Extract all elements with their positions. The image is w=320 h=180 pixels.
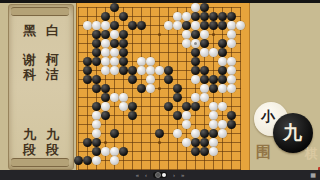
board-menu-icon[interactable]: ▦: [310, 172, 316, 178]
black-stone: [92, 138, 101, 147]
black-stone: [191, 147, 200, 156]
black-stone: [110, 39, 119, 48]
white-stone: [209, 120, 218, 129]
white-stone: [218, 120, 227, 129]
black-stone: [191, 57, 200, 66]
white-stone: [137, 66, 146, 75]
black-stone: [119, 39, 128, 48]
grid-line-h: [78, 160, 241, 161]
playback-bar: « ‹ › »: [0, 170, 320, 180]
black-stone: [164, 66, 173, 75]
black-color-label: 黑: [22, 23, 37, 38]
white-stone: [227, 21, 236, 30]
white-stone: [227, 57, 236, 66]
hoshi-point: [212, 33, 215, 36]
black-stone: [110, 3, 119, 12]
black-stone: [164, 75, 173, 84]
white-stone: [209, 138, 218, 147]
black-stone: [83, 57, 92, 66]
white-stone: [101, 102, 110, 111]
white-stone: [182, 120, 191, 129]
white-stone: [146, 84, 155, 93]
white-stone: [218, 102, 227, 111]
black-stone: [119, 48, 128, 57]
black-stone: [128, 111, 137, 120]
black-stone: [200, 3, 209, 12]
white-color-label: 白: [45, 23, 60, 38]
black-stone: [209, 12, 218, 21]
logo-char-jiu: 九: [283, 120, 302, 146]
black-stone: [119, 147, 128, 156]
black-stone: [191, 48, 200, 57]
white-stone: [191, 21, 200, 30]
white-stone: [92, 156, 101, 165]
black-stone: [200, 39, 209, 48]
black-stone: [110, 129, 119, 138]
black-stone: [209, 129, 218, 138]
white-player-column: 白 柯洁 九段: [45, 19, 60, 161]
black-stone: [182, 21, 191, 30]
white-stone: [200, 84, 209, 93]
black-stone: [191, 102, 200, 111]
white-stone-dot-icon: [162, 173, 166, 177]
black-stone: [92, 30, 101, 39]
white-stone: [182, 138, 191, 147]
black-stone: [200, 138, 209, 147]
black-stone: [83, 138, 92, 147]
white-stone: [200, 93, 209, 102]
black-stone: [128, 66, 137, 75]
black-stone: [200, 21, 209, 30]
white-stone: [173, 21, 182, 30]
hoshi-point: [158, 141, 161, 144]
white-stone: [218, 129, 227, 138]
player-panel-scroll: 白 柯洁 九段 黑 谢科 九段: [8, 4, 74, 170]
black-stone: [83, 75, 92, 84]
black-stone: [227, 12, 236, 21]
white-stone: [101, 39, 110, 48]
grid-line-v: [168, 7, 169, 170]
white-stone: [110, 93, 119, 102]
white-stone: [182, 39, 191, 48]
black-stone: [74, 156, 83, 165]
black-stone: [218, 12, 227, 21]
black-stone: [200, 12, 209, 21]
white-stone: [209, 102, 218, 111]
black-stone: [155, 129, 164, 138]
black-stone: [227, 111, 236, 120]
white-stone: [173, 12, 182, 21]
black-stone: [101, 84, 110, 93]
black-stone: [191, 138, 200, 147]
logo-char-xiao: 小: [261, 108, 275, 126]
white-stone: [191, 3, 200, 12]
black-stone: [209, 21, 218, 30]
stone-toggle[interactable]: [153, 172, 167, 178]
black-stone: [83, 66, 92, 75]
white-stone: [209, 111, 218, 120]
black-stone: [137, 84, 146, 93]
prev-move-button[interactable]: ‹: [145, 170, 147, 180]
rewind-button[interactable]: «: [136, 170, 139, 180]
black-player-rank: 九段: [22, 127, 37, 157]
last-move-marker: [194, 42, 197, 45]
white-stone: [101, 57, 110, 66]
black-stone: [92, 48, 101, 57]
black-stone: [209, 84, 218, 93]
black-stone: [182, 102, 191, 111]
grid-line-v: [240, 7, 241, 170]
forward-button[interactable]: »: [181, 170, 184, 180]
black-stone: [191, 12, 200, 21]
hoshi-point: [158, 33, 161, 36]
black-stone: [173, 93, 182, 102]
white-stone: [110, 30, 119, 39]
black-stone: [200, 129, 209, 138]
white-stone: [218, 57, 227, 66]
xiaojiu-weiqi-logo: 小 围 九 棋: [252, 100, 318, 168]
black-stone: [191, 66, 200, 75]
black-stone: [200, 147, 209, 156]
black-stone-dot-icon: [155, 172, 161, 178]
white-stone: [83, 21, 92, 30]
white-stone: [200, 30, 209, 39]
white-stone: [227, 30, 236, 39]
black-stone: [101, 12, 110, 21]
black-stone: [173, 111, 182, 120]
white-stone: [92, 111, 101, 120]
white-stone: [227, 39, 236, 48]
white-stone: [200, 48, 209, 57]
white-stone: [92, 120, 101, 129]
white-stone: [155, 66, 164, 75]
black-stone: [92, 147, 101, 156]
black-stone: [101, 93, 110, 102]
black-stone: [128, 75, 137, 84]
white-stone: [119, 93, 128, 102]
white-stone: [110, 147, 119, 156]
black-stone: [119, 30, 128, 39]
white-stone: [227, 75, 236, 84]
black-stone: [218, 66, 227, 75]
white-stone: [110, 48, 119, 57]
logo-black-circle: 九 棋: [273, 113, 313, 153]
white-stone: [236, 21, 245, 30]
white-stone: [101, 48, 110, 57]
white-stone: [146, 75, 155, 84]
black-stone: [92, 57, 101, 66]
black-stone: [173, 84, 182, 93]
white-stone: [209, 147, 218, 156]
next-move-button[interactable]: ›: [173, 170, 175, 180]
black-stone: [92, 39, 101, 48]
black-stone: [128, 102, 137, 111]
black-stone: [191, 30, 200, 39]
white-stone: [146, 66, 155, 75]
white-stone: [218, 84, 227, 93]
black-stone: [101, 111, 110, 120]
scroll-top-roll: [11, 7, 69, 16]
black-stone: [218, 48, 227, 57]
hoshi-point: [158, 87, 161, 90]
black-stone: [92, 75, 101, 84]
white-stone: [191, 75, 200, 84]
black-stone: [110, 21, 119, 30]
white-stone: [164, 21, 173, 30]
black-stone: [119, 57, 128, 66]
white-stone: [119, 102, 128, 111]
white-stone: [110, 156, 119, 165]
black-stone: [164, 102, 173, 111]
white-stone: [227, 66, 236, 75]
black-stone: [200, 75, 209, 84]
white-stone: [182, 30, 191, 39]
white-stone: [182, 111, 191, 120]
black-stone: [200, 66, 209, 75]
white-stone: [209, 48, 218, 57]
hoshi-point: [104, 141, 107, 144]
black-player-column: 黑 谢科 九段: [22, 19, 37, 161]
white-stone: [110, 66, 119, 75]
white-stone: [110, 57, 119, 66]
logo-char-qi: 棋: [305, 145, 318, 163]
white-stone: [191, 129, 200, 138]
black-stone: [209, 75, 218, 84]
go-app-window: 白 柯洁 九段 黑 谢科 九段 小 围 九 棋 « ‹: [0, 0, 320, 180]
black-stone: [83, 156, 92, 165]
black-stone: [137, 21, 146, 30]
black-stone: [92, 102, 101, 111]
go-board[interactable]: [76, 3, 250, 170]
black-stone: [218, 39, 227, 48]
white-stone: [182, 12, 191, 21]
white-stone: [227, 84, 236, 93]
white-stone: [191, 93, 200, 102]
white-stone: [173, 129, 182, 138]
black-stone: [227, 120, 236, 129]
black-stone: [92, 84, 101, 93]
black-player-name: 谢科: [22, 52, 37, 82]
white-stone: [146, 57, 155, 66]
black-stone: [218, 75, 227, 84]
white-stone: [92, 21, 101, 30]
white-stone: [92, 129, 101, 138]
white-stone: [101, 66, 110, 75]
white-player-rank: 九段: [45, 127, 60, 157]
black-stone: [101, 30, 110, 39]
white-stone: [101, 147, 110, 156]
black-stone: [119, 66, 128, 75]
black-stone: [218, 21, 227, 30]
white-player-name: 柯洁: [45, 52, 60, 82]
logo-char-wei: 围: [256, 143, 271, 162]
white-stone: [101, 21, 110, 30]
black-stone: [119, 12, 128, 21]
black-stone: [128, 21, 137, 30]
white-stone: [137, 57, 146, 66]
